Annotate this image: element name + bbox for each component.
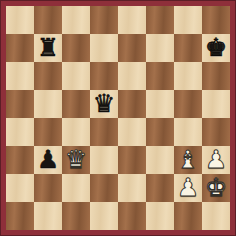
- square-e1[interactable]: [118, 202, 146, 230]
- square-f7[interactable]: [146, 34, 174, 62]
- square-h2[interactable]: ♚: [202, 174, 230, 202]
- square-c3[interactable]: ♛: [62, 146, 90, 174]
- square-g5[interactable]: [174, 90, 202, 118]
- square-f8[interactable]: [146, 6, 174, 34]
- square-a6[interactable]: [6, 62, 34, 90]
- chess-board: ♜♚♛♟♛♝♟♟♚: [6, 6, 230, 230]
- square-g7[interactable]: [174, 34, 202, 62]
- square-d5[interactable]: ♛: [90, 90, 118, 118]
- square-d8[interactable]: [90, 6, 118, 34]
- square-f4[interactable]: [146, 118, 174, 146]
- square-a7[interactable]: [6, 34, 34, 62]
- square-e7[interactable]: [118, 34, 146, 62]
- square-c8[interactable]: [62, 6, 90, 34]
- square-b3[interactable]: ♟: [34, 146, 62, 174]
- piece-white-queen[interactable]: ♛: [65, 146, 87, 174]
- piece-white-pawn[interactable]: ♟: [177, 174, 199, 202]
- square-g1[interactable]: [174, 202, 202, 230]
- square-h5[interactable]: [202, 90, 230, 118]
- square-g3[interactable]: ♝: [174, 146, 202, 174]
- square-h8[interactable]: [202, 6, 230, 34]
- square-f2[interactable]: [146, 174, 174, 202]
- square-d4[interactable]: [90, 118, 118, 146]
- square-h7[interactable]: ♚: [202, 34, 230, 62]
- piece-white-bishop[interactable]: ♝: [177, 146, 199, 174]
- square-h1[interactable]: [202, 202, 230, 230]
- square-b1[interactable]: [34, 202, 62, 230]
- square-a2[interactable]: [6, 174, 34, 202]
- square-g6[interactable]: [174, 62, 202, 90]
- square-h4[interactable]: [202, 118, 230, 146]
- square-b7[interactable]: ♜: [34, 34, 62, 62]
- chess-board-frame: ♜♚♛♟♛♝♟♟♚: [0, 0, 236, 236]
- piece-white-king[interactable]: ♚: [205, 174, 227, 202]
- square-c2[interactable]: [62, 174, 90, 202]
- square-c6[interactable]: [62, 62, 90, 90]
- square-b5[interactable]: [34, 90, 62, 118]
- piece-white-pawn[interactable]: ♟: [205, 146, 227, 174]
- square-f6[interactable]: [146, 62, 174, 90]
- square-b4[interactable]: [34, 118, 62, 146]
- piece-black-queen[interactable]: ♛: [93, 90, 115, 118]
- square-e8[interactable]: [118, 6, 146, 34]
- square-d1[interactable]: [90, 202, 118, 230]
- square-c1[interactable]: [62, 202, 90, 230]
- square-c5[interactable]: [62, 90, 90, 118]
- square-e2[interactable]: [118, 174, 146, 202]
- square-b6[interactable]: [34, 62, 62, 90]
- piece-black-pawn[interactable]: ♟: [37, 146, 59, 174]
- square-a4[interactable]: [6, 118, 34, 146]
- square-e5[interactable]: [118, 90, 146, 118]
- square-d6[interactable]: [90, 62, 118, 90]
- square-g8[interactable]: [174, 6, 202, 34]
- square-f1[interactable]: [146, 202, 174, 230]
- square-d3[interactable]: [90, 146, 118, 174]
- square-b2[interactable]: [34, 174, 62, 202]
- square-a3[interactable]: [6, 146, 34, 174]
- piece-black-rook[interactable]: ♜: [37, 34, 59, 62]
- square-h6[interactable]: [202, 62, 230, 90]
- square-f5[interactable]: [146, 90, 174, 118]
- square-a5[interactable]: [6, 90, 34, 118]
- square-e4[interactable]: [118, 118, 146, 146]
- square-e3[interactable]: [118, 146, 146, 174]
- square-e6[interactable]: [118, 62, 146, 90]
- square-c4[interactable]: [62, 118, 90, 146]
- square-g2[interactable]: ♟: [174, 174, 202, 202]
- square-g4[interactable]: [174, 118, 202, 146]
- square-a1[interactable]: [6, 202, 34, 230]
- square-h3[interactable]: ♟: [202, 146, 230, 174]
- square-b8[interactable]: [34, 6, 62, 34]
- square-d7[interactable]: [90, 34, 118, 62]
- square-f3[interactable]: [146, 146, 174, 174]
- piece-black-king[interactable]: ♚: [205, 34, 227, 62]
- square-d2[interactable]: [90, 174, 118, 202]
- square-a8[interactable]: [6, 6, 34, 34]
- square-c7[interactable]: [62, 34, 90, 62]
